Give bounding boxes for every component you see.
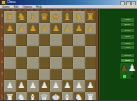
square-c7[interactable]: ♟: [27, 23, 39, 35]
piece-black-pawn[interactable]: ♟: [50, 23, 62, 35]
square-h4[interactable]: [85, 57, 97, 69]
menu-item-edit[interactable]: Edit: [14, 5, 19, 9]
square-h5[interactable]: [85, 46, 97, 58]
square-d8[interactable]: ♛: [39, 11, 51, 23]
board-frame: ♜♞♝♛♚♝♞♜♟♟♟♟♟♟♟♟♟♟♟♟♟♟♟♟♜♞♝♛♚♝♞♜ 8765432…: [0, 9, 99, 100]
piece-black-rook[interactable]: ♜: [4, 11, 16, 23]
rank-label-5: 5: [1, 50, 4, 53]
square-f4[interactable]: [62, 57, 74, 69]
piece-white-knight[interactable]: ♞: [73, 92, 85, 101]
square-h8[interactable]: ♜: [85, 11, 97, 23]
piece-white-bishop[interactable]: ♝: [27, 92, 39, 101]
square-c6[interactable]: [27, 34, 39, 46]
square-a3[interactable]: [4, 69, 16, 81]
square-a8[interactable]: ♜: [4, 11, 16, 23]
square-g6[interactable]: [73, 34, 85, 46]
piece-black-pawn[interactable]: ♟: [27, 23, 39, 35]
square-c5[interactable]: [27, 46, 39, 58]
black-turn-light: [123, 75, 126, 78]
square-h7[interactable]: ♟: [85, 23, 97, 35]
piece-white-knight[interactable]: ♞: [16, 92, 28, 101]
turn-indicator: ♟ ♟: [120, 63, 133, 79]
square-e1[interactable]: ♚: [50, 92, 62, 101]
square-b6[interactable]: [16, 34, 28, 46]
square-g3[interactable]: [73, 69, 85, 81]
menu-item-help[interactable]: Help: [36, 5, 42, 9]
piece-white-pawn[interactable]: ♟: [27, 80, 39, 92]
piece-white-pawn[interactable]: ♟: [4, 80, 16, 92]
square-d6[interactable]: [39, 34, 51, 46]
panel-button-level[interactable]: Level: [121, 29, 134, 33]
chess-app-window: Chess _ □ x GameEditOptionsHelp ♜♞♝♛♚♝♞♜…: [0, 0, 137, 100]
square-g4[interactable]: [73, 57, 85, 69]
white-pawn-icon: ♟: [128, 63, 136, 74]
square-e3[interactable]: [50, 69, 62, 81]
square-h1[interactable]: ♜: [85, 92, 97, 101]
square-f7[interactable]: ♟: [62, 23, 74, 35]
rank-label-7: 7: [1, 27, 4, 30]
rank-label-6: 6: [1, 38, 4, 41]
square-f2[interactable]: ♟: [62, 80, 74, 92]
panel-button-time[interactable]: Time: [121, 35, 134, 39]
piece-white-pawn[interactable]: ♟: [73, 80, 85, 92]
square-g2[interactable]: ♟: [73, 80, 85, 92]
square-b4[interactable]: [16, 57, 28, 69]
square-g8[interactable]: ♞: [73, 11, 85, 23]
piece-white-rook[interactable]: ♜: [4, 92, 16, 101]
square-f3[interactable]: [62, 69, 74, 81]
square-h2[interactable]: ♟: [85, 80, 97, 92]
square-b1[interactable]: ♞: [16, 92, 28, 101]
square-f8[interactable]: ♝: [62, 11, 74, 23]
piece-black-pawn[interactable]: ♟: [16, 23, 28, 35]
square-d2[interactable]: ♟: [39, 80, 51, 92]
rank-label-1: 1: [1, 96, 4, 99]
square-e7[interactable]: ♟: [50, 23, 62, 35]
white-turn-light: [131, 75, 134, 78]
menu-item-options[interactable]: Options: [22, 5, 32, 9]
square-e2[interactable]: ♟: [50, 80, 62, 92]
square-c8[interactable]: ♝: [27, 11, 39, 23]
piece-white-pawn[interactable]: ♟: [16, 80, 28, 92]
square-a4[interactable]: [4, 57, 16, 69]
square-d5[interactable]: [39, 46, 51, 58]
square-d7[interactable]: ♟: [39, 23, 51, 35]
square-f6[interactable]: [62, 34, 74, 46]
piece-black-pawn[interactable]: ♟: [4, 23, 16, 35]
square-a2[interactable]: ♟: [4, 80, 16, 92]
square-c3[interactable]: [27, 69, 39, 81]
square-a5[interactable]: [4, 46, 16, 58]
square-c2[interactable]: ♟: [27, 80, 39, 92]
square-h3[interactable]: [85, 69, 97, 81]
square-b5[interactable]: [16, 46, 28, 58]
square-e8[interactable]: ♚: [50, 11, 62, 23]
piece-black-knight[interactable]: ♞: [73, 11, 85, 23]
black-side-indicator: ♟: [120, 63, 128, 78]
piece-black-bishop[interactable]: ♝: [62, 11, 74, 23]
square-f5[interactable]: [62, 46, 74, 58]
main-content: ♜♞♝♛♚♝♞♜♟♟♟♟♟♟♟♟♟♟♟♟♟♟♟♟♜♞♝♛♚♝♞♜ 8765432…: [0, 9, 137, 100]
square-e5[interactable]: [50, 46, 62, 58]
black-pawn-icon: ♟: [120, 63, 128, 74]
square-f1[interactable]: ♝: [62, 92, 74, 101]
rank-label-2: 2: [1, 84, 4, 87]
piece-black-rook[interactable]: ♜: [85, 11, 97, 23]
square-b7[interactable]: ♟: [16, 23, 28, 35]
piece-black-bishop[interactable]: ♝: [27, 11, 39, 23]
rank-label-8: 8: [1, 15, 4, 18]
square-d1[interactable]: ♛: [39, 92, 51, 101]
square-d4[interactable]: [39, 57, 51, 69]
square-d3[interactable]: [39, 69, 51, 81]
panel-button-moves[interactable]: Moves: [121, 54, 134, 58]
piece-white-bishop[interactable]: ♝: [62, 92, 74, 101]
chess-board: ♜♞♝♛♚♝♞♜♟♟♟♟♟♟♟♟♟♟♟♟♟♟♟♟♜♞♝♛♚♝♞♜: [4, 11, 96, 100]
piece-black-pawn[interactable]: ♟: [39, 23, 51, 35]
piece-white-king[interactable]: ♚: [50, 92, 62, 101]
piece-white-queen[interactable]: ♛: [39, 92, 51, 101]
white-side-indicator: ♟: [128, 63, 136, 78]
square-c4[interactable]: [27, 57, 39, 69]
square-e6[interactable]: [50, 34, 62, 46]
panel-button-white[interactable]: White: [121, 18, 134, 22]
panel-button-start[interactable]: Start: [121, 59, 134, 63]
menu-item-game[interactable]: Game: [2, 5, 10, 9]
square-g5[interactable]: [73, 46, 85, 58]
piece-white-pawn[interactable]: ♟: [50, 80, 62, 92]
square-b8[interactable]: ♞: [16, 11, 28, 23]
rank-label-3: 3: [1, 73, 4, 76]
piece-white-pawn[interactable]: ♟: [62, 80, 74, 92]
piece-black-pawn[interactable]: ♟: [85, 23, 97, 35]
piece-white-pawn[interactable]: ♟: [39, 80, 51, 92]
piece-black-queen[interactable]: ♛: [39, 11, 51, 23]
piece-white-rook[interactable]: ♜: [85, 92, 97, 101]
square-b2[interactable]: ♟: [16, 80, 28, 92]
panel-button-hint[interactable]: Hint: [121, 46, 134, 50]
panel-button-black[interactable]: Black: [121, 23, 134, 27]
square-e4[interactable]: [50, 57, 62, 69]
rank-label-4: 4: [1, 61, 4, 64]
piece-black-knight[interactable]: ♞: [16, 11, 28, 23]
square-c1[interactable]: ♝: [27, 92, 39, 101]
piece-black-pawn[interactable]: ♟: [62, 23, 74, 35]
square-g7[interactable]: ♟: [73, 23, 85, 35]
square-g1[interactable]: ♞: [73, 92, 85, 101]
square-h6[interactable]: [85, 34, 97, 46]
square-a1[interactable]: ♜: [4, 92, 16, 101]
piece-white-pawn[interactable]: ♟: [85, 80, 97, 92]
piece-black-pawn[interactable]: ♟: [73, 23, 85, 35]
piece-black-king[interactable]: ♚: [50, 11, 62, 23]
square-a6[interactable]: [4, 34, 16, 46]
square-b3[interactable]: [16, 69, 28, 81]
side-panel: ♟ ♟ WhiteBlackLevelTimeMoveHintMovesStar…: [99, 9, 137, 100]
square-a7[interactable]: ♟: [4, 23, 16, 35]
